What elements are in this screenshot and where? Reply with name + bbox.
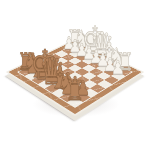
piece-white-rook: ♜ — [116, 49, 133, 73]
piece-brown-knight: ♞ — [23, 51, 42, 77]
piece-white-queen: ♛ — [90, 29, 114, 63]
piece-brown-bishop: ♝ — [49, 64, 71, 95]
piece-white-knight: ♞ — [108, 44, 126, 69]
piece-brown-knight: ♞ — [57, 71, 77, 99]
piece-brown-pawn: ♟ — [60, 70, 74, 90]
piece-white-pawn: ♟ — [82, 44, 95, 62]
piece-white-pawn: ♟ — [104, 55, 118, 74]
chess-set-photo: ♜♞♝♚♛♝♞♜♟♟♟♟♟♟♟♟♟♟♟♟♟♟♟♟♜♞♝♚♛♝♞♜ — [0, 0, 150, 150]
piece-brown-pawn: ♟ — [27, 51, 40, 70]
piece-white-king: ♚ — [82, 22, 109, 59]
piece-brown-pawn: ♟ — [68, 74, 83, 94]
piece-brown-rook: ♜ — [17, 49, 34, 73]
piece-brown-pawn: ♟ — [53, 66, 67, 86]
pieces-layer: ♜♞♝♚♛♝♞♜♟♟♟♟♟♟♟♟♟♟♟♟♟♟♟♟♜♞♝♚♛♝♞♜ — [0, 0, 150, 150]
piece-brown-pawn: ♟ — [75, 78, 90, 99]
piece-white-pawn: ♟ — [69, 38, 82, 56]
piece-white-pawn: ♟ — [89, 48, 102, 66]
piece-white-pawn: ♟ — [96, 51, 109, 70]
piece-white-knight: ♞ — [73, 29, 90, 53]
piece-white-bishop: ♝ — [79, 29, 98, 55]
piece-brown-queen: ♛ — [39, 53, 66, 90]
piece-brown-pawn: ♟ — [33, 55, 47, 74]
piece-white-bishop: ♝ — [99, 39, 119, 67]
piece-brown-rook: ♜ — [65, 77, 84, 104]
piece-white-pawn: ♟ — [75, 41, 88, 59]
piece-brown-pawn: ♟ — [39, 58, 53, 77]
piece-brown-king: ♚ — [31, 45, 60, 86]
piece-white-rook: ♜ — [67, 27, 83, 49]
piece-white-pawn: ♟ — [111, 58, 125, 77]
piece-white-pawn: ♟ — [62, 35, 74, 52]
piece-brown-bishop: ♝ — [28, 52, 49, 81]
piece-brown-pawn: ♟ — [46, 62, 60, 82]
